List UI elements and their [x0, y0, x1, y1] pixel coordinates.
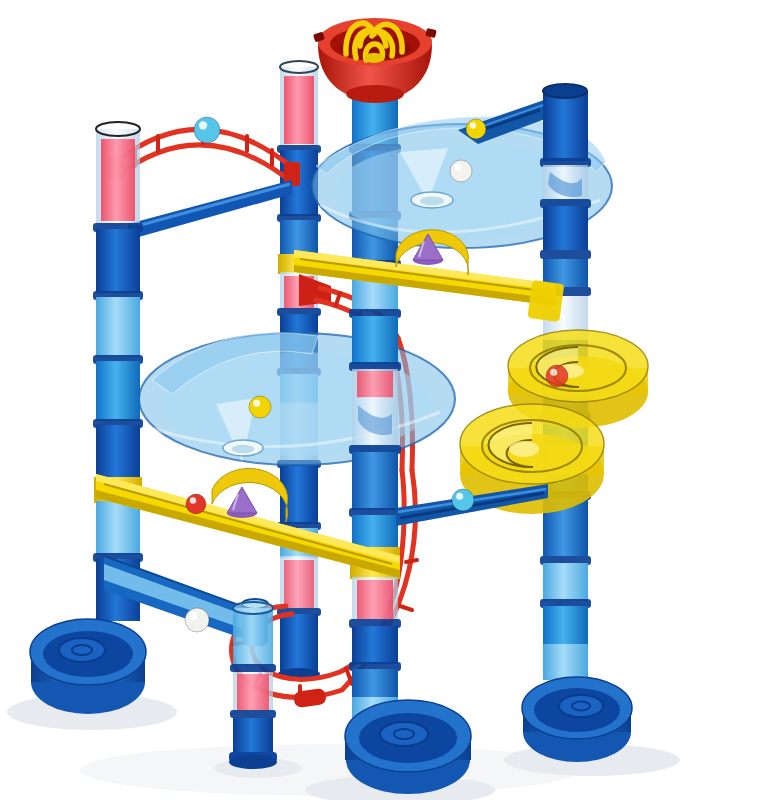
- marble-light-blue: [194, 117, 220, 143]
- base-center: [345, 700, 471, 794]
- catch-tube: [229, 602, 277, 769]
- marble-white: [450, 160, 472, 182]
- base-left: [30, 619, 146, 714]
- marble-white: [185, 608, 209, 632]
- marble-yellow: [249, 396, 271, 418]
- funnel-blue-lower: [139, 333, 455, 465]
- marble-red: [186, 494, 206, 514]
- blue-rail-upper-left: [128, 180, 292, 240]
- funnel-red-entry: [313, 18, 437, 103]
- marble-light-blue: [452, 489, 474, 511]
- tower-left: [93, 122, 143, 621]
- marble-red: [546, 365, 568, 387]
- marble-run-product-photo: [0, 0, 762, 800]
- base-right: [522, 677, 632, 762]
- marble-yellow: [466, 119, 486, 139]
- marble-run-scene: [0, 0, 762, 800]
- splitter-cone: [227, 487, 257, 518]
